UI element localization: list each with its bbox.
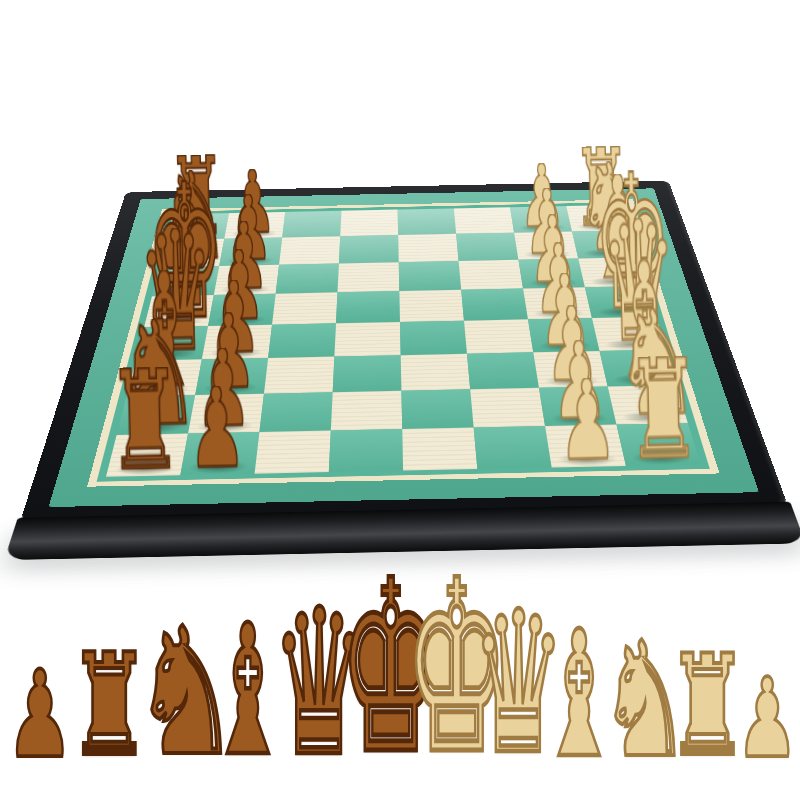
lineup-light-knight: ♞ xyxy=(601,686,663,762)
board-square xyxy=(474,426,552,469)
board-square xyxy=(340,210,398,237)
lineup-brown-bishop: ♝ xyxy=(203,684,265,762)
lineup-brown-pawn: ♟ xyxy=(4,700,66,762)
board-square xyxy=(272,292,337,324)
board-square xyxy=(459,260,523,290)
board-square xyxy=(282,211,341,238)
board-square xyxy=(264,357,334,394)
rook-glyph: ♜ xyxy=(625,355,698,463)
piece-black-rook: ♜ xyxy=(106,434,188,477)
lineup-light-king: ♚ xyxy=(402,667,464,762)
lineup-brown-knight: ♞ xyxy=(137,676,199,762)
board-square xyxy=(461,288,528,320)
board-square xyxy=(464,319,533,353)
board-square xyxy=(398,234,458,262)
board-square xyxy=(334,322,400,357)
piece-lineup: ♟♜♞♝♛♚♚♛♝♞♜♟ xyxy=(0,560,800,800)
lineup-brown-rook: ♜ xyxy=(70,693,132,762)
board-square xyxy=(276,263,339,293)
board-square xyxy=(399,261,461,291)
lineup-brown-queen: ♛ xyxy=(269,675,331,762)
board-3d: ♜♟♟♜♞♟♟♞♝♟♟♝♚♟♟♚♛♟♟♛♝♟♟♝♞♟♟♞♜♟♟♜ xyxy=(20,181,788,522)
board-square xyxy=(456,233,518,261)
pawn-glyph: ♟ xyxy=(6,668,74,762)
board-square xyxy=(338,262,400,292)
board-square xyxy=(467,352,539,389)
board-inner-border: ♜♟♟♜♞♟♟♞♝♟♟♝♚♟♟♚♛♟♟♛♝♟♟♝♞♟♟♞♜♟♟♜ xyxy=(87,199,719,486)
board-square xyxy=(336,291,400,323)
board-square xyxy=(279,236,340,264)
piece-black-pawn: ♟ xyxy=(180,432,259,475)
board-square xyxy=(339,235,399,263)
board-square xyxy=(402,428,477,471)
pawn-glyph: ♟ xyxy=(736,676,799,761)
board-square xyxy=(400,321,467,355)
board-square xyxy=(329,429,403,472)
board-square xyxy=(333,355,402,392)
board-square xyxy=(398,208,456,235)
chess-board: ♜♟♟♜♞♟♟♞♝♟♟♝♚♟♟♚♛♟♟♛♝♟♟♝♞♟♟♞♜♟♟♜ xyxy=(106,205,700,477)
board-square xyxy=(255,431,331,474)
board-scene: ♜♟♟♜♞♟♟♞♝♟♟♝♚♟♟♚♛♟♟♛♝♟♟♝♞♟♟♞♜♟♟♜ xyxy=(0,0,800,565)
board-border: ♜♟♟♜♞♟♟♞♝♟♟♝♚♟♟♚♛♟♟♛♝♟♟♝♞♟♟♞♜♟♟♜ xyxy=(48,188,758,507)
lineup-light-queen: ♛ xyxy=(469,676,531,762)
board-square xyxy=(401,354,470,391)
board-square xyxy=(259,392,332,432)
board-square xyxy=(331,391,402,431)
piece-white-pawn: ♟ xyxy=(545,425,626,468)
board-square xyxy=(401,389,473,429)
piece-white-rook: ♜ xyxy=(616,423,700,466)
board-square xyxy=(454,207,514,234)
lineup-light-rook: ♜ xyxy=(668,693,730,762)
board-square xyxy=(399,290,464,322)
pawn-glyph: ♟ xyxy=(185,385,250,473)
lineup-brown-king: ♚ xyxy=(336,667,398,762)
rook-glyph: ♜ xyxy=(106,366,179,474)
lineup-light-pawn: ♟ xyxy=(734,704,796,762)
board-frame: ♜♟♟♜♞♟♟♞♝♟♟♝♚♟♟♚♛♟♟♛♝♟♟♝♞♟♟♞♜♟♟♜ xyxy=(20,181,788,522)
board-square xyxy=(470,388,545,428)
board-square xyxy=(268,323,336,358)
pawn-glyph: ♟ xyxy=(555,377,620,465)
product-photo: ♜♟♟♜♞♟♟♞♝♟♟♝♚♟♟♚♛♟♟♛♝♟♟♝♞♟♟♞♜♟♟♜ ♟♜♞♝♛♚♚… xyxy=(0,0,800,800)
lineup-light-bishop: ♝ xyxy=(535,686,597,762)
